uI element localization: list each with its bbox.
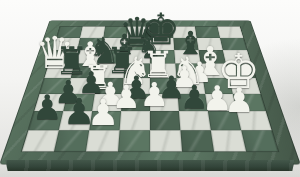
square-e3 <box>150 94 179 111</box>
square-b6 <box>74 50 101 63</box>
square-f6 <box>174 50 200 63</box>
square-e2 <box>150 111 180 130</box>
square-c6 <box>99 50 125 63</box>
square-h1 <box>241 130 278 151</box>
square-e6 <box>150 50 175 63</box>
square-d4 <box>122 78 150 94</box>
board-front-edge <box>3 160 297 171</box>
board-squares <box>22 26 278 151</box>
square-g7 <box>197 38 223 50</box>
square-c3 <box>92 94 122 111</box>
square-d8 <box>127 26 150 37</box>
square-a7 <box>53 38 80 50</box>
square-a1 <box>22 130 59 151</box>
square-b1 <box>54 130 89 151</box>
square-e4 <box>150 78 178 94</box>
square-e5 <box>150 63 176 78</box>
square-h7 <box>220 38 247 50</box>
square-a4 <box>40 78 71 94</box>
square-c4 <box>95 78 124 94</box>
square-f8 <box>172 26 196 37</box>
square-h8 <box>217 26 243 37</box>
square-f4 <box>176 78 205 94</box>
square-g4 <box>203 78 233 94</box>
square-h3 <box>233 94 266 111</box>
square-b7 <box>77 38 103 50</box>
square-a6 <box>49 50 77 63</box>
square-a3 <box>34 94 67 111</box>
square-b5 <box>71 63 100 78</box>
square-a5 <box>44 63 74 78</box>
square-b4 <box>67 78 97 94</box>
square-h2 <box>237 111 272 130</box>
square-b8 <box>80 26 105 37</box>
square-a8 <box>57 26 83 37</box>
square-b3 <box>63 94 95 111</box>
square-d3 <box>121 94 150 111</box>
square-c2 <box>89 111 121 130</box>
square-f3 <box>178 94 208 111</box>
square-g8 <box>195 26 220 37</box>
square-e1 <box>150 130 182 151</box>
square-d1 <box>118 130 150 151</box>
square-e7 <box>150 38 174 50</box>
square-h6 <box>223 50 251 63</box>
square-h5 <box>226 63 256 78</box>
chess-set-photo: ♟♚♛♝♝♞♞♝♛♜♜♝♜♟♞♞♟♜♚♟♟♟♟♟♟♟♟♟♟♟♟♟ <box>0 0 300 177</box>
square-d5 <box>124 63 150 78</box>
square-b2 <box>59 111 92 130</box>
square-g5 <box>201 63 230 78</box>
square-h4 <box>229 78 260 94</box>
square-g3 <box>205 94 237 111</box>
square-c5 <box>97 63 125 78</box>
square-c8 <box>103 26 127 37</box>
square-g1 <box>211 130 246 151</box>
square-d2 <box>120 111 150 130</box>
square-f5 <box>175 63 203 78</box>
square-g6 <box>199 50 226 63</box>
square-c1 <box>86 130 120 151</box>
square-c7 <box>101 38 126 50</box>
square-f2 <box>179 111 211 130</box>
square-e8 <box>150 26 173 37</box>
chess-board <box>0 20 300 164</box>
square-f7 <box>173 38 198 50</box>
square-d7 <box>126 38 150 50</box>
square-f1 <box>180 130 214 151</box>
square-a2 <box>28 111 63 130</box>
square-g2 <box>208 111 241 130</box>
square-d6 <box>125 50 150 63</box>
